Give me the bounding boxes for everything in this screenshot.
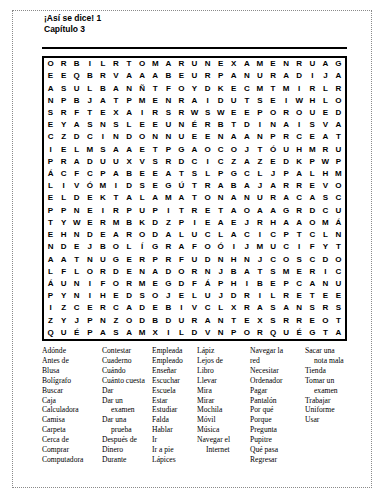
grid-cell-r17c7[interactable]: E — [123, 253, 136, 265]
grid-cell-r8c11[interactable]: G — [175, 144, 188, 156]
grid-cell-r2c11[interactable]: E — [175, 70, 188, 82]
grid-cell-r20c22[interactable]: E — [319, 290, 332, 302]
grid-cell-r8c7[interactable]: A — [123, 144, 136, 156]
grid-cell-r3c7[interactable]: N — [123, 82, 136, 94]
grid-cell-r22c17[interactable]: X — [253, 315, 266, 327]
grid-cell-r12c23[interactable]: C — [332, 192, 345, 204]
grid-cell-r8c6[interactable]: A — [109, 144, 122, 156]
grid-cell-r21c6[interactable]: C — [109, 302, 122, 314]
grid-cell-r23c1[interactable]: Q — [44, 327, 57, 339]
grid-cell-r22c15[interactable]: T — [227, 315, 240, 327]
grid-cell-r3c1[interactable]: A — [44, 82, 57, 94]
grid-cell-r18c12[interactable]: R — [188, 266, 201, 278]
grid-cell-r10c22[interactable]: H — [319, 168, 332, 180]
grid-cell-r4c14[interactable]: D — [214, 95, 227, 107]
grid-cell-r15c17[interactable]: I — [253, 229, 266, 241]
grid-cell-r8c4[interactable]: M — [83, 144, 96, 156]
grid-cell-r7c1[interactable]: C — [44, 131, 57, 143]
grid-cell-r17c19[interactable]: O — [280, 253, 293, 265]
grid-cell-r12c2[interactable]: L — [57, 192, 70, 204]
grid-cell-r7c5[interactable]: I — [96, 131, 109, 143]
grid-cell-r8c10[interactable]: P — [162, 144, 175, 156]
grid-cell-r11c23[interactable]: O — [332, 180, 345, 192]
grid-cell-r14c22[interactable]: M — [319, 217, 332, 229]
grid-cell-r11c11[interactable]: Ú — [175, 180, 188, 192]
grid-cell-r17c13[interactable]: D — [201, 253, 214, 265]
grid-cell-r18c14[interactable]: J — [214, 266, 227, 278]
grid-cell-r23c10[interactable]: I — [162, 327, 175, 339]
grid-cell-r19c6[interactable]: O — [109, 278, 122, 290]
grid-cell-r19c2[interactable]: U — [57, 278, 70, 290]
grid-cell-r2c16[interactable]: N — [240, 70, 253, 82]
grid-cell-r1c14[interactable]: E — [214, 58, 227, 70]
grid-cell-r4c11[interactable]: R — [175, 95, 188, 107]
grid-cell-r13c1[interactable]: P — [44, 205, 57, 217]
grid-cell-r11c6[interactable]: I — [109, 180, 122, 192]
grid-cell-r5c13[interactable]: S — [201, 107, 214, 119]
grid-cell-r17c6[interactable]: G — [109, 253, 122, 265]
grid-cell-r10c8[interactable]: E — [136, 168, 149, 180]
grid-cell-r15c22[interactable]: L — [319, 229, 332, 241]
grid-cell-r6c11[interactable]: N — [175, 119, 188, 131]
grid-cell-r11c13[interactable]: R — [201, 180, 214, 192]
grid-cell-r8c8[interactable]: E — [136, 144, 149, 156]
grid-cell-r2c5[interactable]: R — [96, 70, 109, 82]
grid-cell-r12c3[interactable]: D — [70, 192, 83, 204]
grid-cell-r6c23[interactable]: A — [332, 119, 345, 131]
grid-cell-r19c5[interactable]: F — [96, 278, 109, 290]
grid-cell-r22c16[interactable]: E — [240, 315, 253, 327]
grid-cell-r9c10[interactable]: R — [162, 156, 175, 168]
grid-cell-r7c8[interactable]: O — [136, 131, 149, 143]
grid-cell-r7c10[interactable]: N — [162, 131, 175, 143]
grid-cell-r11c1[interactable]: L — [44, 180, 57, 192]
grid-cell-r4c13[interactable]: I — [201, 95, 214, 107]
grid-cell-r23c19[interactable]: U — [280, 327, 293, 339]
grid-cell-r11c12[interactable]: T — [188, 180, 201, 192]
grid-cell-r2c8[interactable]: A — [136, 70, 149, 82]
grid-cell-r20c13[interactable]: U — [201, 290, 214, 302]
grid-cell-r12c16[interactable]: N — [240, 192, 253, 204]
grid-cell-r9c15[interactable]: Z — [227, 156, 240, 168]
grid-cell-r8c9[interactable]: T — [149, 144, 162, 156]
grid-cell-r15c5[interactable]: E — [96, 229, 109, 241]
grid-cell-r12c15[interactable]: A — [227, 192, 240, 204]
grid-cell-r20c3[interactable]: N — [70, 290, 83, 302]
grid-cell-r22c9[interactable]: B — [149, 315, 162, 327]
grid-cell-r11c8[interactable]: S — [136, 180, 149, 192]
grid-cell-r3c15[interactable]: E — [227, 82, 240, 94]
grid-cell-r20c19[interactable]: R — [280, 290, 293, 302]
grid-cell-r13c4[interactable]: E — [83, 205, 96, 217]
grid-cell-r6c6[interactable]: S — [109, 119, 122, 131]
grid-cell-r1c18[interactable]: E — [266, 58, 279, 70]
grid-cell-r16c18[interactable]: U — [266, 241, 279, 253]
grid-cell-r10c9[interactable]: E — [149, 168, 162, 180]
grid-cell-r20c15[interactable]: D — [227, 290, 240, 302]
grid-cell-r14c4[interactable]: E — [83, 217, 96, 229]
grid-cell-r4c9[interactable]: E — [149, 95, 162, 107]
grid-cell-r13c14[interactable]: T — [214, 205, 227, 217]
grid-cell-r6c19[interactable]: A — [280, 119, 293, 131]
grid-cell-r17c10[interactable]: R — [162, 253, 175, 265]
grid-cell-r20c6[interactable]: E — [109, 290, 122, 302]
grid-cell-r9c16[interactable]: A — [240, 156, 253, 168]
grid-cell-r20c12[interactable]: L — [188, 290, 201, 302]
grid-cell-r11c4[interactable]: Ó — [83, 180, 96, 192]
grid-cell-r15c21[interactable]: C — [306, 229, 319, 241]
grid-cell-r21c3[interactable]: C — [70, 302, 83, 314]
grid-cell-r20c16[interactable]: R — [240, 290, 253, 302]
grid-cell-r3c18[interactable]: T — [266, 82, 279, 94]
grid-cell-r13c2[interactable]: P — [57, 205, 70, 217]
grid-cell-r8c14[interactable]: C — [214, 144, 227, 156]
grid-cell-r10c16[interactable]: C — [240, 168, 253, 180]
grid-cell-r7c11[interactable]: U — [175, 131, 188, 143]
grid-cell-r6c20[interactable]: I — [293, 119, 306, 131]
grid-cell-r13c11[interactable]: T — [175, 205, 188, 217]
grid-cell-r20c14[interactable]: J — [214, 290, 227, 302]
grid-cell-r9c13[interactable]: I — [201, 156, 214, 168]
grid-cell-r17c11[interactable]: F — [175, 253, 188, 265]
grid-cell-r20c9[interactable]: O — [149, 290, 162, 302]
grid-cell-r19c18[interactable]: E — [266, 278, 279, 290]
grid-cell-r18c2[interactable]: F — [57, 266, 70, 278]
grid-cell-r1c12[interactable]: U — [188, 58, 201, 70]
grid-cell-r15c12[interactable]: U — [188, 229, 201, 241]
grid-cell-r7c4[interactable]: C — [83, 131, 96, 143]
grid-cell-r19c21[interactable]: A — [306, 278, 319, 290]
grid-cell-r18c7[interactable]: E — [123, 266, 136, 278]
grid-cell-r9c3[interactable]: A — [70, 156, 83, 168]
grid-cell-r15c11[interactable]: L — [175, 229, 188, 241]
grid-cell-r20c20[interactable]: E — [293, 290, 306, 302]
grid-cell-r2c21[interactable]: I — [306, 70, 319, 82]
grid-cell-r15c16[interactable]: C — [240, 229, 253, 241]
grid-cell-r1c3[interactable]: B — [70, 58, 83, 70]
grid-cell-r4c15[interactable]: U — [227, 95, 240, 107]
grid-cell-r19c15[interactable]: H — [227, 278, 240, 290]
grid-cell-r3c21[interactable]: R — [306, 82, 319, 94]
grid-cell-r8c19[interactable]: U — [280, 144, 293, 156]
grid-cell-r13c5[interactable]: I — [96, 205, 109, 217]
grid-cell-r14c17[interactable]: R — [253, 217, 266, 229]
grid-cell-r10c12[interactable]: S — [188, 168, 201, 180]
grid-cell-r17c21[interactable]: C — [306, 253, 319, 265]
grid-cell-r2c22[interactable]: J — [319, 70, 332, 82]
grid-cell-r20c5[interactable]: H — [96, 290, 109, 302]
grid-cell-r15c15[interactable]: A — [227, 229, 240, 241]
grid-cell-r14c2[interactable]: Y — [57, 217, 70, 229]
grid-cell-r12c11[interactable]: A — [175, 192, 188, 204]
grid-cell-r21c15[interactable]: X — [227, 302, 240, 314]
grid-cell-r20c17[interactable]: I — [253, 290, 266, 302]
grid-cell-r7c7[interactable]: D — [123, 131, 136, 143]
grid-cell-r15c10[interactable]: A — [162, 229, 175, 241]
grid-cell-r7c20[interactable]: C — [293, 131, 306, 143]
grid-cell-r19c13[interactable]: Á — [201, 278, 214, 290]
grid-cell-r22c11[interactable]: U — [175, 315, 188, 327]
grid-cell-r12c10[interactable]: M — [162, 192, 175, 204]
grid-cell-r18c15[interactable]: B — [227, 266, 240, 278]
grid-cell-r12c5[interactable]: K — [96, 192, 109, 204]
grid-cell-r19c20[interactable]: C — [293, 278, 306, 290]
grid-cell-r19c19[interactable]: P — [280, 278, 293, 290]
grid-cell-r23c8[interactable]: M — [136, 327, 149, 339]
grid-cell-r5c6[interactable]: X — [109, 107, 122, 119]
grid-cell-r20c21[interactable]: T — [306, 290, 319, 302]
grid-cell-r6c17[interactable]: I — [253, 119, 266, 131]
grid-cell-r6c3[interactable]: A — [70, 119, 83, 131]
grid-cell-r21c11[interactable]: I — [175, 302, 188, 314]
grid-cell-r11c14[interactable]: A — [214, 180, 227, 192]
grid-cell-r6c7[interactable]: L — [123, 119, 136, 131]
grid-cell-r8c15[interactable]: O — [227, 144, 240, 156]
grid-cell-r17c15[interactable]: H — [227, 253, 240, 265]
grid-cell-r16c5[interactable]: B — [96, 241, 109, 253]
grid-cell-r19c16[interactable]: I — [240, 278, 253, 290]
grid-cell-r5c14[interactable]: W — [214, 107, 227, 119]
grid-cell-r3c9[interactable]: T — [149, 82, 162, 94]
grid-cell-r18c11[interactable]: O — [175, 266, 188, 278]
grid-cell-r11c19[interactable]: R — [280, 180, 293, 192]
grid-cell-r20c18[interactable]: L — [266, 290, 279, 302]
grid-cell-r11c16[interactable]: A — [240, 180, 253, 192]
grid-cell-r2c10[interactable]: B — [162, 70, 175, 82]
grid-cell-r10c17[interactable]: L — [253, 168, 266, 180]
grid-cell-r6c10[interactable]: U — [162, 119, 175, 131]
grid-cell-r5c15[interactable]: E — [227, 107, 240, 119]
grid-cell-r9c18[interactable]: E — [266, 156, 279, 168]
grid-cell-r16c1[interactable]: N — [44, 241, 57, 253]
grid-cell-r2c23[interactable]: A — [332, 70, 345, 82]
grid-cell-r3c4[interactable]: L — [83, 82, 96, 94]
grid-cell-r7c9[interactable]: N — [149, 131, 162, 143]
grid-cell-r7c14[interactable]: N — [214, 131, 227, 143]
grid-cell-r14c8[interactable]: K — [136, 217, 149, 229]
grid-cell-r9c5[interactable]: U — [96, 156, 109, 168]
grid-cell-r17c22[interactable]: D — [319, 253, 332, 265]
grid-cell-r5c2[interactable]: R — [57, 107, 70, 119]
grid-cell-r21c8[interactable]: D — [136, 302, 149, 314]
grid-cell-r8c3[interactable]: L — [70, 144, 83, 156]
grid-cell-r13c9[interactable]: P — [149, 205, 162, 217]
grid-cell-r22c5[interactable]: N — [96, 315, 109, 327]
grid-cell-r6c21[interactable]: S — [306, 119, 319, 131]
grid-cell-r10c21[interactable]: L — [306, 168, 319, 180]
grid-cell-r13c17[interactable]: A — [253, 205, 266, 217]
grid-cell-r12c21[interactable]: A — [306, 192, 319, 204]
grid-cell-r21c22[interactable]: R — [319, 302, 332, 314]
grid-cell-r14c9[interactable]: D — [149, 217, 162, 229]
grid-cell-r19c17[interactable]: B — [253, 278, 266, 290]
grid-cell-r21c16[interactable]: R — [240, 302, 253, 314]
grid-cell-r1c11[interactable]: R — [175, 58, 188, 70]
grid-cell-r18c17[interactable]: T — [253, 266, 266, 278]
grid-cell-r16c23[interactable]: T — [332, 241, 345, 253]
grid-cell-r5c17[interactable]: P — [253, 107, 266, 119]
grid-cell-r21c12[interactable]: V — [188, 302, 201, 314]
grid-cell-r23c22[interactable]: T — [319, 327, 332, 339]
grid-cell-r1c7[interactable]: T — [123, 58, 136, 70]
grid-cell-r15c7[interactable]: R — [123, 229, 136, 241]
grid-cell-r17c20[interactable]: S — [293, 253, 306, 265]
grid-cell-r3c19[interactable]: M — [280, 82, 293, 94]
grid-cell-r8c22[interactable]: R — [319, 144, 332, 156]
grid-cell-r4c17[interactable]: S — [253, 95, 266, 107]
grid-cell-r2c4[interactable]: B — [83, 70, 96, 82]
grid-cell-r17c17[interactable]: J — [253, 253, 266, 265]
grid-cell-r11c7[interactable]: D — [123, 180, 136, 192]
grid-cell-r1c21[interactable]: U — [306, 58, 319, 70]
grid-cell-r6c16[interactable]: D — [240, 119, 253, 131]
grid-cell-r4c23[interactable]: O — [332, 95, 345, 107]
grid-cell-r21c9[interactable]: E — [149, 302, 162, 314]
grid-cell-r4c7[interactable]: P — [123, 95, 136, 107]
grid-cell-r5c16[interactable]: E — [240, 107, 253, 119]
grid-cell-r16c17[interactable]: M — [253, 241, 266, 253]
grid-cell-r23c6[interactable]: S — [109, 327, 122, 339]
grid-cell-r23c21[interactable]: G — [306, 327, 319, 339]
grid-cell-r3c5[interactable]: B — [96, 82, 109, 94]
grid-cell-r23c4[interactable]: P — [83, 327, 96, 339]
grid-cell-r23c9[interactable]: X — [149, 327, 162, 339]
grid-cell-r5c18[interactable]: O — [266, 107, 279, 119]
grid-cell-r9c14[interactable]: C — [214, 156, 227, 168]
grid-cell-r14c5[interactable]: R — [96, 217, 109, 229]
grid-cell-r14c10[interactable]: Z — [162, 217, 175, 229]
grid-cell-r15c2[interactable]: H — [57, 229, 70, 241]
grid-cell-r6c22[interactable]: V — [319, 119, 332, 131]
grid-cell-r10c5[interactable]: P — [96, 168, 109, 180]
grid-cell-r23c20[interactable]: É — [293, 327, 306, 339]
grid-cell-r14c12[interactable]: I — [188, 217, 201, 229]
grid-cell-r15c9[interactable]: D — [149, 229, 162, 241]
grid-cell-r9c4[interactable]: D — [83, 156, 96, 168]
grid-cell-r2c1[interactable]: E — [44, 70, 57, 82]
grid-cell-r1c22[interactable]: A — [319, 58, 332, 70]
grid-cell-r23c5[interactable]: A — [96, 327, 109, 339]
grid-cell-r2c12[interactable]: U — [188, 70, 201, 82]
grid-cell-r2c6[interactable]: V — [109, 70, 122, 82]
grid-cell-r19c1[interactable]: Á — [44, 278, 57, 290]
grid-cell-r14c19[interactable]: A — [280, 217, 293, 229]
grid-cell-r11c3[interactable]: V — [70, 180, 83, 192]
grid-cell-r3c10[interactable]: F — [162, 82, 175, 94]
grid-cell-r15c20[interactable]: T — [293, 229, 306, 241]
grid-cell-r11c21[interactable]: E — [306, 180, 319, 192]
grid-cell-r2c20[interactable]: D — [293, 70, 306, 82]
grid-cell-r15c3[interactable]: N — [70, 229, 83, 241]
grid-cell-r8c20[interactable]: H — [293, 144, 306, 156]
grid-cell-r23c2[interactable]: U — [57, 327, 70, 339]
grid-cell-r21c4[interactable]: E — [83, 302, 96, 314]
grid-cell-r12c9[interactable]: A — [149, 192, 162, 204]
grid-cell-r1c2[interactable]: R — [57, 58, 70, 70]
grid-cell-r4c8[interactable]: M — [136, 95, 149, 107]
grid-cell-r2c18[interactable]: R — [266, 70, 279, 82]
grid-cell-r23c16[interactable]: O — [240, 327, 253, 339]
grid-cell-r10c19[interactable]: P — [280, 168, 293, 180]
grid-cell-r13c21[interactable]: D — [306, 205, 319, 217]
grid-cell-r10c20[interactable]: A — [293, 168, 306, 180]
grid-cell-r10c6[interactable]: A — [109, 168, 122, 180]
grid-cell-r8c13[interactable]: O — [201, 144, 214, 156]
grid-cell-r11c18[interactable]: A — [266, 180, 279, 192]
grid-cell-r17c16[interactable]: N — [240, 253, 253, 265]
grid-cell-r12c8[interactable]: L — [136, 192, 149, 204]
grid-cell-r10c14[interactable]: P — [214, 168, 227, 180]
grid-cell-r4c6[interactable]: T — [109, 95, 122, 107]
grid-cell-r7c15[interactable]: A — [227, 131, 240, 143]
grid-cell-r23c23[interactable]: A — [332, 327, 345, 339]
grid-cell-r22c23[interactable]: T — [332, 315, 345, 327]
grid-cell-r23c14[interactable]: N — [214, 327, 227, 339]
grid-cell-r5c1[interactable]: S — [44, 107, 57, 119]
grid-cell-r14c11[interactable]: P — [175, 217, 188, 229]
grid-cell-r1c20[interactable]: R — [293, 58, 306, 70]
grid-cell-r2c13[interactable]: R — [201, 70, 214, 82]
grid-cell-r16c21[interactable]: F — [306, 241, 319, 253]
grid-cell-r19c10[interactable]: G — [162, 278, 175, 290]
grid-cell-r2c2[interactable]: E — [57, 70, 70, 82]
grid-cell-r18c13[interactable]: N — [201, 266, 214, 278]
grid-cell-r5c7[interactable]: A — [123, 107, 136, 119]
grid-cell-r7c19[interactable]: R — [280, 131, 293, 143]
grid-cell-r6c14[interactable]: B — [214, 119, 227, 131]
grid-cell-r11c20[interactable]: R — [293, 180, 306, 192]
grid-cell-r1c13[interactable]: N — [201, 58, 214, 70]
grid-cell-r12c1[interactable]: E — [44, 192, 57, 204]
grid-cell-r12c22[interactable]: S — [319, 192, 332, 204]
grid-cell-r16c2[interactable]: D — [57, 241, 70, 253]
grid-cell-r16c8[interactable]: Í — [136, 241, 149, 253]
grid-cell-r9c7[interactable]: X — [123, 156, 136, 168]
grid-cell-r20c1[interactable]: P — [44, 290, 57, 302]
grid-cell-r6c18[interactable]: N — [266, 119, 279, 131]
grid-cell-r16c3[interactable]: E — [70, 241, 83, 253]
grid-cell-r2c3[interactable]: Q — [70, 70, 83, 82]
grid-cell-r21c21[interactable]: S — [306, 302, 319, 314]
grid-cell-r22c4[interactable]: P — [83, 315, 96, 327]
grid-cell-r7c6[interactable]: N — [109, 131, 122, 143]
grid-cell-r10c1[interactable]: Á — [44, 168, 57, 180]
grid-cell-r6c12[interactable]: É — [188, 119, 201, 131]
grid-cell-r23c15[interactable]: P — [227, 327, 240, 339]
grid-cell-r14c16[interactable]: J — [240, 217, 253, 229]
grid-cell-r6c1[interactable]: E — [44, 119, 57, 131]
grid-cell-r11c5[interactable]: M — [96, 180, 109, 192]
grid-cell-r7c2[interactable]: Z — [57, 131, 70, 143]
grid-cell-r16c20[interactable]: I — [293, 241, 306, 253]
grid-cell-r3c8[interactable]: Ñ — [136, 82, 149, 94]
grid-cell-r3c12[interactable]: Y — [188, 82, 201, 94]
grid-cell-r3c20[interactable]: I — [293, 82, 306, 94]
grid-cell-r8c5[interactable]: S — [96, 144, 109, 156]
grid-cell-r3c2[interactable]: S — [57, 82, 70, 94]
grid-cell-r22c1[interactable]: Z — [44, 315, 57, 327]
grid-cell-r14c15[interactable]: E — [227, 217, 240, 229]
grid-cell-r13c23[interactable]: U — [332, 205, 345, 217]
grid-cell-r2c7[interactable]: A — [123, 70, 136, 82]
grid-cell-r21c18[interactable]: S — [266, 302, 279, 314]
grid-cell-r4c12[interactable]: A — [188, 95, 201, 107]
grid-cell-r6c8[interactable]: E — [136, 119, 149, 131]
grid-cell-r13c16[interactable]: O — [240, 205, 253, 217]
grid-cell-r13c7[interactable]: P — [123, 205, 136, 217]
grid-cell-r11c9[interactable]: E — [149, 180, 162, 192]
grid-cell-r17c1[interactable]: A — [44, 253, 57, 265]
